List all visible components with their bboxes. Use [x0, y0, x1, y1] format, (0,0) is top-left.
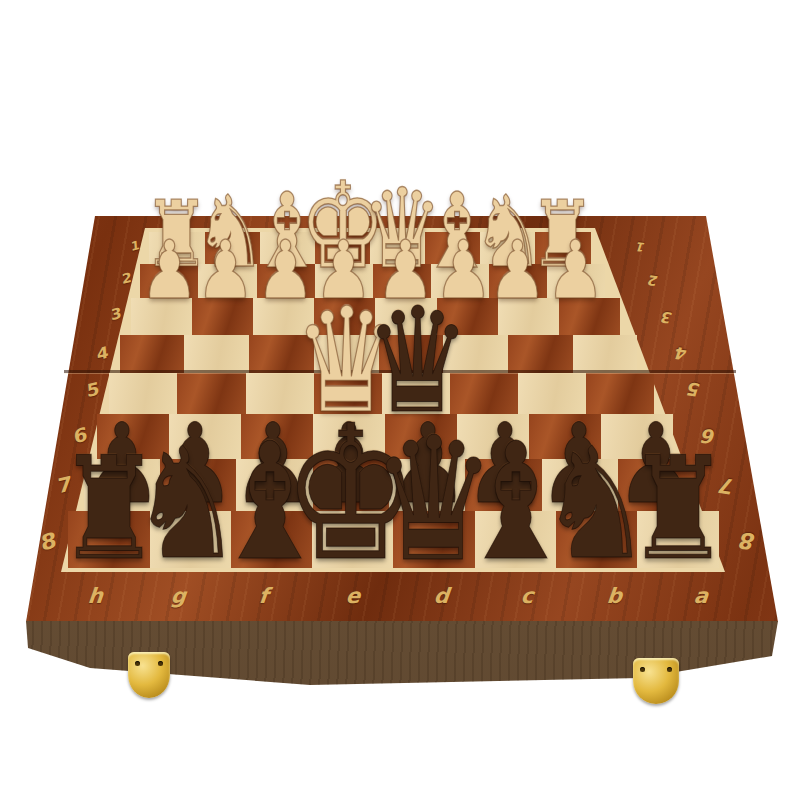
piece-black-rook-a8[interactable]: ♜ — [620, 438, 736, 580]
rank-label-left-3: 3 — [110, 306, 122, 323]
piece-white-pawn-b2[interactable]: ♟ — [485, 230, 551, 311]
piece-white-pawn-a2[interactable]: ♟ — [543, 230, 609, 311]
rank-label-left-5: 5 — [86, 380, 100, 400]
rank-label-left-4: 4 — [96, 345, 109, 364]
brass-latch-left-icon — [128, 652, 170, 698]
brass-latch-right-icon — [633, 658, 679, 704]
pieces-layer: ♜♞♝♚♛♝♞♜♟♟♟♟♟♟♟♟♛♛♟♟♟♟♟♟♟♟♜♞♝♚♛♝♞♜ — [0, 0, 800, 800]
product-photo-stage: 12345678 12345678 hgfedcba ♜♞♝♚♛♝♞♜♟♟♟♟♟… — [0, 0, 800, 800]
rank-label-left-2: 2 — [121, 271, 132, 287]
piece-white-pawn-g2[interactable]: ♟ — [192, 230, 258, 311]
